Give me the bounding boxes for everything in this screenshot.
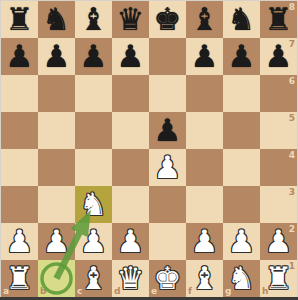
piece-black-pawn[interactable]: ♟	[149, 112, 186, 149]
square-g3[interactable]	[223, 186, 260, 223]
square-h6[interactable]: 6	[260, 75, 297, 112]
square-f2[interactable]: ♟	[186, 223, 223, 260]
file-label-f: f	[188, 287, 192, 296]
square-c1[interactable]: ♝c	[75, 260, 112, 297]
rank-label-5: 5	[289, 114, 295, 123]
file-label-e: e	[151, 287, 157, 296]
square-b8[interactable]: ♞	[38, 1, 75, 38]
square-b2[interactable]: ♟	[38, 223, 75, 260]
square-f4[interactable]	[186, 149, 223, 186]
square-d7[interactable]: ♟	[112, 38, 149, 75]
piece-black-bishop[interactable]: ♝	[75, 1, 112, 38]
square-c7[interactable]: ♟	[75, 38, 112, 75]
file-label-g: g	[225, 287, 231, 296]
square-e5[interactable]: ♟	[149, 112, 186, 149]
square-h5[interactable]: 5	[260, 112, 297, 149]
square-h8[interactable]: ♜8	[260, 1, 297, 38]
piece-black-pawn[interactable]: ♟	[38, 38, 75, 75]
square-b5[interactable]	[38, 112, 75, 149]
square-e3[interactable]	[149, 186, 186, 223]
piece-white-pawn[interactable]: ♟	[38, 223, 75, 260]
square-d6[interactable]	[112, 75, 149, 112]
square-e6[interactable]	[149, 75, 186, 112]
piece-black-pawn[interactable]: ♟	[75, 38, 112, 75]
rank-label-7: 7	[289, 40, 295, 49]
piece-black-pawn[interactable]: ♟	[223, 38, 260, 75]
piece-black-rook[interactable]: ♜	[1, 1, 38, 38]
square-d2[interactable]: ♟	[112, 223, 149, 260]
square-b1[interactable]: b	[38, 260, 75, 297]
square-d8[interactable]: ♛	[112, 1, 149, 38]
piece-black-bishop[interactable]: ♝	[186, 1, 223, 38]
piece-white-pawn[interactable]: ♟	[112, 223, 149, 260]
piece-black-pawn[interactable]: ♟	[186, 38, 223, 75]
square-a7[interactable]: ♟	[1, 38, 38, 75]
rank-label-1: 1	[289, 262, 295, 271]
piece-black-pawn[interactable]: ♟	[112, 38, 149, 75]
square-d5[interactable]	[112, 112, 149, 149]
square-b7[interactable]: ♟	[38, 38, 75, 75]
piece-white-pawn[interactable]: ♟	[149, 149, 186, 186]
square-g7[interactable]: ♟	[223, 38, 260, 75]
square-g2[interactable]: ♟	[223, 223, 260, 260]
square-c3[interactable]: ♞	[75, 186, 112, 223]
square-c5[interactable]	[75, 112, 112, 149]
file-label-c: c	[77, 287, 82, 296]
square-c4[interactable]	[75, 149, 112, 186]
square-e1[interactable]: ♚e	[149, 260, 186, 297]
piece-white-pawn[interactable]: ♟	[1, 223, 38, 260]
square-c2[interactable]: ♟	[75, 223, 112, 260]
square-a8[interactable]: ♜	[1, 1, 38, 38]
square-g1[interactable]: ♞g	[223, 260, 260, 297]
square-f3[interactable]	[186, 186, 223, 223]
square-a4[interactable]	[1, 149, 38, 186]
square-d4[interactable]	[112, 149, 149, 186]
square-a5[interactable]	[1, 112, 38, 149]
square-a2[interactable]: ♟	[1, 223, 38, 260]
square-f1[interactable]: ♝f	[186, 260, 223, 297]
square-e8[interactable]: ♚	[149, 1, 186, 38]
square-a6[interactable]	[1, 75, 38, 112]
square-h3[interactable]: 3	[260, 186, 297, 223]
rank-label-8: 8	[289, 3, 295, 12]
square-h1[interactable]: ♜1h	[260, 260, 297, 297]
square-h7[interactable]: ♟7	[260, 38, 297, 75]
piece-black-queen[interactable]: ♛	[112, 1, 149, 38]
square-a3[interactable]	[1, 186, 38, 223]
piece-black-king[interactable]: ♚	[149, 1, 186, 38]
rank-label-6: 6	[289, 77, 295, 86]
square-g5[interactable]	[223, 112, 260, 149]
square-h4[interactable]: 4	[260, 149, 297, 186]
rank-label-4: 4	[289, 151, 295, 160]
square-f7[interactable]: ♟	[186, 38, 223, 75]
rank-label-3: 3	[289, 188, 295, 197]
file-label-d: d	[114, 287, 120, 296]
file-label-b: b	[40, 287, 46, 296]
file-label-h: h	[262, 287, 268, 296]
square-f6[interactable]	[186, 75, 223, 112]
square-b4[interactable]	[38, 149, 75, 186]
board-frame: ♜♞♝♛♚♝♞♜8♟♟♟♟♟♟♟76♟5♟4♞3♟♟♟♟♟♟♟2♜ab♝c♛d♚…	[0, 0, 298, 300]
chess-board: ♜♞♝♛♚♝♞♜8♟♟♟♟♟♟♟76♟5♟4♞3♟♟♟♟♟♟♟2♜ab♝c♛d♚…	[1, 1, 297, 297]
square-e4[interactable]: ♟	[149, 149, 186, 186]
square-d1[interactable]: ♛d	[112, 260, 149, 297]
square-c8[interactable]: ♝	[75, 1, 112, 38]
square-f5[interactable]	[186, 112, 223, 149]
piece-black-knight[interactable]: ♞	[223, 1, 260, 38]
square-b6[interactable]	[38, 75, 75, 112]
square-g6[interactable]	[223, 75, 260, 112]
piece-black-pawn[interactable]: ♟	[1, 38, 38, 75]
square-f8[interactable]: ♝	[186, 1, 223, 38]
piece-white-knight[interactable]: ♞	[75, 186, 112, 223]
square-c6[interactable]	[75, 75, 112, 112]
square-e7[interactable]	[149, 38, 186, 75]
square-a1[interactable]: ♜a	[1, 260, 38, 297]
square-h2[interactable]: ♟2	[260, 223, 297, 260]
file-label-a: a	[3, 287, 9, 296]
piece-white-pawn[interactable]: ♟	[75, 223, 112, 260]
piece-black-knight[interactable]: ♞	[38, 1, 75, 38]
square-e2[interactable]	[149, 223, 186, 260]
piece-white-pawn[interactable]: ♟	[223, 223, 260, 260]
rank-label-2: 2	[289, 225, 295, 234]
square-g4[interactable]	[223, 149, 260, 186]
square-b3[interactable]	[38, 186, 75, 223]
square-d3[interactable]	[112, 186, 149, 223]
piece-white-pawn[interactable]: ♟	[186, 223, 223, 260]
square-g8[interactable]: ♞	[223, 1, 260, 38]
